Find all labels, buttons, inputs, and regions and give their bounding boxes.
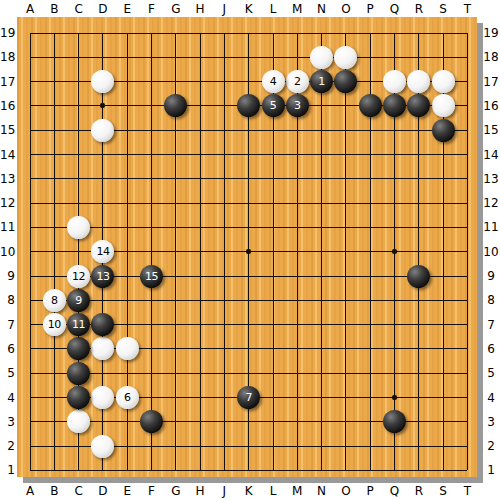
coord-label-left-5: 5 xyxy=(0,366,15,380)
grid-line-vertical xyxy=(321,33,322,470)
coord-label-left-10: 10 xyxy=(0,245,15,259)
coord-label-right-15: 15 xyxy=(482,123,500,137)
stone-white-B7[interactable]: 10 xyxy=(43,313,66,336)
coord-label-bottom-Q: Q xyxy=(384,484,406,498)
coord-label-right-12: 12 xyxy=(482,196,500,210)
coord-label-bottom-H: H xyxy=(189,484,211,498)
coord-label-right-16: 16 xyxy=(482,99,500,113)
stone-black-L16[interactable]: 5 xyxy=(262,94,285,117)
coord-label-right-5: 5 xyxy=(482,366,500,380)
coord-label-bottom-L: L xyxy=(262,484,284,498)
coord-label-top-J: J xyxy=(213,2,235,16)
stone-white-D15[interactable] xyxy=(91,119,114,142)
coord-label-top-K: K xyxy=(238,2,260,16)
grid-line-horizontal xyxy=(30,470,467,471)
coord-label-left-17: 17 xyxy=(0,75,15,89)
stone-black-D9[interactable]: 13 xyxy=(91,265,114,288)
stone-black-C5[interactable] xyxy=(67,362,90,385)
go-diagram-screen: AABBCCDDEEFFGGHHJJKKLLMMNNOOPPQQRRSSTT19… xyxy=(0,0,500,500)
coord-label-left-7: 7 xyxy=(0,318,15,332)
stone-black-C8[interactable]: 9 xyxy=(67,289,90,312)
coord-label-top-S: S xyxy=(432,2,454,16)
coord-label-right-1: 1 xyxy=(482,463,500,477)
coord-label-top-L: L xyxy=(262,2,284,16)
coord-label-top-G: G xyxy=(165,2,187,16)
coord-label-right-14: 14 xyxy=(482,148,500,162)
coord-label-right-3: 3 xyxy=(482,415,500,429)
move-number: 13 xyxy=(96,271,109,282)
coord-label-bottom-R: R xyxy=(408,484,430,498)
coord-label-top-F: F xyxy=(141,2,163,16)
coord-label-bottom-D: D xyxy=(92,484,114,498)
stone-white-M17[interactable]: 2 xyxy=(286,70,309,93)
coord-label-top-N: N xyxy=(311,2,333,16)
stone-white-E4[interactable]: 6 xyxy=(116,386,139,409)
grid-line-vertical xyxy=(345,33,346,470)
coord-label-top-H: H xyxy=(189,2,211,16)
coord-label-left-14: 14 xyxy=(0,148,15,162)
coord-label-left-4: 4 xyxy=(0,391,15,405)
coord-label-left-12: 12 xyxy=(0,196,15,210)
move-number: 2 xyxy=(294,76,301,87)
coord-label-top-T: T xyxy=(456,2,478,16)
coord-label-left-6: 6 xyxy=(0,342,15,356)
coord-label-right-9: 9 xyxy=(482,269,500,283)
coord-label-right-7: 7 xyxy=(482,318,500,332)
coord-label-left-2: 2 xyxy=(0,439,15,453)
stone-white-S17[interactable] xyxy=(432,70,455,93)
grid-line-horizontal xyxy=(30,300,467,301)
coord-label-bottom-B: B xyxy=(43,484,65,498)
coord-label-bottom-K: K xyxy=(238,484,260,498)
coord-label-top-O: O xyxy=(335,2,357,16)
coord-label-right-6: 6 xyxy=(482,342,500,356)
coord-label-bottom-F: F xyxy=(141,484,163,498)
coord-label-left-11: 11 xyxy=(0,220,15,234)
stone-black-F9[interactable]: 15 xyxy=(140,265,163,288)
stone-black-P16[interactable] xyxy=(359,94,382,117)
coord-label-bottom-M: M xyxy=(286,484,308,498)
coord-label-right-8: 8 xyxy=(482,293,500,307)
coord-label-top-C: C xyxy=(68,2,90,16)
coord-label-bottom-A: A xyxy=(19,484,41,498)
move-number: 7 xyxy=(245,392,252,403)
coord-label-bottom-G: G xyxy=(165,484,187,498)
move-number: 11 xyxy=(72,319,85,330)
coord-label-right-11: 11 xyxy=(482,220,500,234)
coord-label-left-9: 9 xyxy=(0,269,15,283)
coord-label-bottom-P: P xyxy=(359,484,381,498)
stone-black-S15[interactable] xyxy=(432,119,455,142)
stone-white-Q17[interactable] xyxy=(383,70,406,93)
coord-label-top-R: R xyxy=(408,2,430,16)
coord-label-right-13: 13 xyxy=(482,172,500,186)
coord-label-top-E: E xyxy=(116,2,138,16)
coord-label-left-1: 1 xyxy=(0,463,15,477)
coord-label-left-15: 15 xyxy=(0,123,15,137)
coord-label-left-13: 13 xyxy=(0,172,15,186)
coord-label-right-18: 18 xyxy=(482,50,500,64)
coord-label-left-18: 18 xyxy=(0,50,15,64)
coord-label-bottom-N: N xyxy=(311,484,333,498)
coord-label-bottom-T: T xyxy=(456,484,478,498)
move-number: 10 xyxy=(48,319,61,330)
coord-label-top-A: A xyxy=(19,2,41,16)
coord-label-bottom-J: J xyxy=(213,484,235,498)
coord-label-top-P: P xyxy=(359,2,381,16)
coord-label-top-B: B xyxy=(43,2,65,16)
move-number: 9 xyxy=(75,295,82,306)
move-number: 3 xyxy=(294,100,301,111)
stone-white-E6[interactable] xyxy=(116,337,139,360)
coord-label-right-19: 19 xyxy=(482,26,500,40)
coord-label-left-19: 19 xyxy=(0,26,15,40)
coord-label-left-8: 8 xyxy=(0,293,15,307)
stone-white-L17[interactable]: 4 xyxy=(262,70,285,93)
coord-label-bottom-E: E xyxy=(116,484,138,498)
stone-white-S16[interactable] xyxy=(432,94,455,117)
stone-white-B8[interactable]: 8 xyxy=(43,289,66,312)
move-number: 12 xyxy=(72,271,85,282)
coord-label-right-2: 2 xyxy=(482,439,500,453)
coord-label-bottom-C: C xyxy=(68,484,90,498)
stone-black-R9[interactable] xyxy=(407,265,430,288)
coord-label-top-D: D xyxy=(92,2,114,16)
move-number: 15 xyxy=(145,271,158,282)
star-point-Q10 xyxy=(392,249,397,254)
move-number: 5 xyxy=(270,100,277,111)
coord-label-right-10: 10 xyxy=(482,245,500,259)
grid-line-vertical xyxy=(467,33,468,470)
move-number: 8 xyxy=(51,295,58,306)
move-number: 4 xyxy=(270,76,277,87)
stone-black-C4[interactable] xyxy=(67,386,90,409)
star-point-Q4 xyxy=(392,395,397,400)
coord-label-top-Q: Q xyxy=(384,2,406,16)
stone-white-D2[interactable] xyxy=(91,435,114,458)
coord-label-left-16: 16 xyxy=(0,99,15,113)
stone-white-N18[interactable] xyxy=(310,46,333,69)
coord-label-right-4: 4 xyxy=(482,391,500,405)
coord-label-left-3: 3 xyxy=(0,415,15,429)
coord-label-top-M: M xyxy=(286,2,308,16)
move-number: 6 xyxy=(124,392,131,403)
move-number: 1 xyxy=(318,76,325,87)
stone-white-C11[interactable] xyxy=(67,216,90,239)
stone-white-C9[interactable]: 12 xyxy=(67,265,90,288)
move-number: 14 xyxy=(96,246,109,257)
coord-label-right-17: 17 xyxy=(482,75,500,89)
grid-line-horizontal xyxy=(30,373,467,374)
coord-label-bottom-O: O xyxy=(335,484,357,498)
coord-label-bottom-S: S xyxy=(432,484,454,498)
